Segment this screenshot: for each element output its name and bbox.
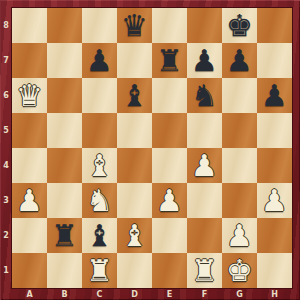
rank-labels: 87654321 (0, 8, 12, 288)
square-g6[interactable] (222, 78, 257, 113)
square-e6[interactable] (152, 78, 187, 113)
black-king[interactable]: ♚ (222, 8, 257, 43)
square-a2[interactable] (12, 218, 47, 253)
white-pawn[interactable]: ♟ (187, 148, 222, 183)
white-pawn[interactable]: ♟ (152, 183, 187, 218)
square-c4[interactable]: ♝ (82, 148, 117, 183)
square-h5[interactable] (257, 113, 292, 148)
square-c1[interactable]: ♜ (82, 253, 117, 288)
rank-label: 1 (0, 253, 12, 288)
square-b8[interactable] (47, 8, 82, 43)
square-f6[interactable]: ♞ (187, 78, 222, 113)
rank-label: 2 (0, 218, 12, 253)
black-pawn[interactable]: ♟ (187, 43, 222, 78)
square-g4[interactable] (222, 148, 257, 183)
white-pawn[interactable]: ♟ (222, 218, 257, 253)
square-a8[interactable] (12, 8, 47, 43)
black-pawn[interactable]: ♟ (222, 43, 257, 78)
square-d2[interactable]: ♝ (117, 218, 152, 253)
file-label: F (187, 288, 222, 300)
black-rook[interactable]: ♜ (152, 43, 187, 78)
square-b1[interactable] (47, 253, 82, 288)
white-pawn[interactable]: ♟ (257, 183, 292, 218)
square-h2[interactable] (257, 218, 292, 253)
white-knight[interactable]: ♞ (82, 183, 117, 218)
chess-board: ♛♚♟♜♟♟♛♝♞♟♝♟♟♞♟♟♜♝♝♟♜♜♚ (12, 8, 292, 288)
square-g7[interactable]: ♟ (222, 43, 257, 78)
rank-label: 7 (0, 43, 12, 78)
square-e1[interactable] (152, 253, 187, 288)
square-c3[interactable]: ♞ (82, 183, 117, 218)
black-bishop[interactable]: ♝ (82, 218, 117, 253)
rank-label: 8 (0, 8, 12, 43)
white-bishop[interactable]: ♝ (82, 148, 117, 183)
square-b6[interactable] (47, 78, 82, 113)
board-frame: 87654321 ♛♚♟♜♟♟♛♝♞♟♝♟♟♞♟♟♜♝♝♟♜♜♚ ABCDEFG… (0, 0, 300, 300)
white-bishop[interactable]: ♝ (117, 218, 152, 253)
white-rook[interactable]: ♜ (82, 253, 117, 288)
square-d3[interactable] (117, 183, 152, 218)
white-rook[interactable]: ♜ (187, 253, 222, 288)
square-b7[interactable] (47, 43, 82, 78)
square-c6[interactable] (82, 78, 117, 113)
file-label: C (82, 288, 117, 300)
square-g1[interactable]: ♚ (222, 253, 257, 288)
file-label: H (257, 288, 292, 300)
file-label: G (222, 288, 257, 300)
square-c5[interactable] (82, 113, 117, 148)
rank-label: 3 (0, 183, 12, 218)
square-e3[interactable]: ♟ (152, 183, 187, 218)
rank-label: 5 (0, 113, 12, 148)
square-e5[interactable] (152, 113, 187, 148)
square-d8[interactable]: ♛ (117, 8, 152, 43)
black-pawn[interactable]: ♟ (257, 78, 292, 113)
file-label: A (12, 288, 47, 300)
square-g2[interactable]: ♟ (222, 218, 257, 253)
rank-label: 6 (0, 78, 12, 113)
white-king[interactable]: ♚ (222, 253, 257, 288)
file-labels: ABCDEFGH (12, 288, 292, 300)
square-f3[interactable] (187, 183, 222, 218)
square-h6[interactable]: ♟ (257, 78, 292, 113)
square-b5[interactable] (47, 113, 82, 148)
square-a3[interactable]: ♟ (12, 183, 47, 218)
square-e8[interactable] (152, 8, 187, 43)
square-g8[interactable]: ♚ (222, 8, 257, 43)
file-label: D (117, 288, 152, 300)
square-f5[interactable] (187, 113, 222, 148)
square-d6[interactable]: ♝ (117, 78, 152, 113)
square-g3[interactable] (222, 183, 257, 218)
square-c7[interactable]: ♟ (82, 43, 117, 78)
square-h4[interactable] (257, 148, 292, 183)
square-d5[interactable] (117, 113, 152, 148)
black-rook[interactable]: ♜ (47, 218, 82, 253)
square-c8[interactable] (82, 8, 117, 43)
square-h3[interactable]: ♟ (257, 183, 292, 218)
square-f1[interactable]: ♜ (187, 253, 222, 288)
square-b3[interactable] (47, 183, 82, 218)
square-a6[interactable]: ♛ (12, 78, 47, 113)
square-g5[interactable] (222, 113, 257, 148)
square-h7[interactable] (257, 43, 292, 78)
square-d1[interactable] (117, 253, 152, 288)
square-c2[interactable]: ♝ (82, 218, 117, 253)
square-f7[interactable]: ♟ (187, 43, 222, 78)
rank-label: 4 (0, 148, 12, 183)
file-label: B (47, 288, 82, 300)
white-pawn[interactable]: ♟ (12, 183, 47, 218)
black-bishop[interactable]: ♝ (117, 78, 152, 113)
square-e7[interactable]: ♜ (152, 43, 187, 78)
square-h8[interactable] (257, 8, 292, 43)
square-f4[interactable]: ♟ (187, 148, 222, 183)
square-a5[interactable] (12, 113, 47, 148)
square-e4[interactable] (152, 148, 187, 183)
square-e2[interactable] (152, 218, 187, 253)
square-b2[interactable]: ♜ (47, 218, 82, 253)
black-knight[interactable]: ♞ (187, 78, 222, 113)
black-queen[interactable]: ♛ (117, 8, 152, 43)
white-queen[interactable]: ♛ (12, 78, 47, 113)
black-pawn[interactable]: ♟ (82, 43, 117, 78)
square-h1[interactable] (257, 253, 292, 288)
square-b4[interactable] (47, 148, 82, 183)
square-a7[interactable] (12, 43, 47, 78)
square-a4[interactable] (12, 148, 47, 183)
square-d7[interactable] (117, 43, 152, 78)
square-f8[interactable] (187, 8, 222, 43)
square-a1[interactable] (12, 253, 47, 288)
file-label: E (152, 288, 187, 300)
square-d4[interactable] (117, 148, 152, 183)
square-f2[interactable] (187, 218, 222, 253)
